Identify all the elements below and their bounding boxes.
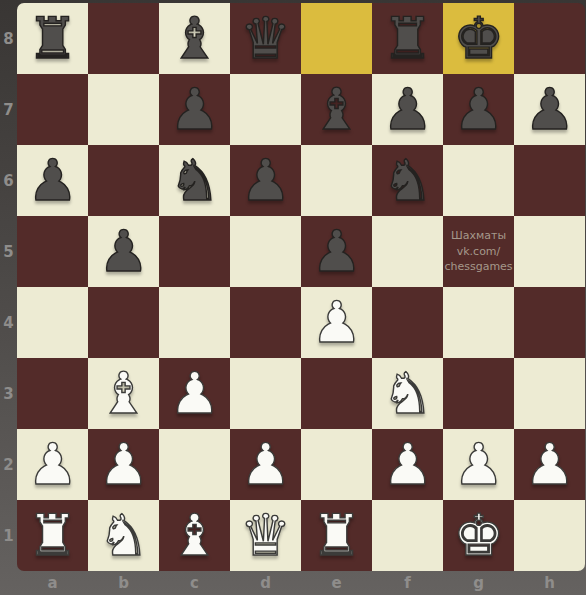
square-f3[interactable]: ♞ [372,358,443,429]
piece-white-pawn[interactable]: ♟ [453,436,504,493]
piece-black-pawn[interactable]: ♟ [311,223,362,280]
file-label-g: g [443,571,514,595]
rank-label-8: 8 [0,3,17,74]
rank-label-7: 7 [0,74,17,145]
square-h2[interactable]: ♟ [514,429,585,500]
watermark-line: chessgames [444,259,512,275]
rank-label-1: 1 [0,500,17,571]
chess-app: ♜♝♛♜♚♟♝♟♟♟♟♞♟♞♟♟♟♝♟♞♟♟♟♟♟♟♜♞♝♛♜♚ 8765432… [0,0,586,595]
piece-white-pawn[interactable]: ♟ [382,436,433,493]
piece-black-bishop[interactable]: ♝ [311,81,362,138]
piece-black-rook[interactable]: ♜ [27,10,78,67]
square-d1[interactable]: ♛ [230,500,301,571]
square-c7[interactable]: ♟ [159,74,230,145]
file-label-a: a [17,571,88,595]
piece-black-pawn[interactable]: ♟ [240,152,291,209]
square-e7[interactable]: ♝ [301,74,372,145]
file-label-h: h [514,571,585,595]
square-g7[interactable]: ♟ [443,74,514,145]
rank-label-2: 2 [0,429,17,500]
rank-label-4: 4 [0,287,17,358]
square-g4[interactable] [443,287,514,358]
piece-white-bishop[interactable]: ♝ [98,365,149,422]
piece-white-rook[interactable]: ♜ [27,507,78,564]
piece-black-queen[interactable]: ♛ [240,10,291,67]
watermark-line: Шахматы [451,228,506,244]
square-e1[interactable]: ♜ [301,500,372,571]
square-c4[interactable] [159,287,230,358]
square-d8[interactable]: ♛ [230,3,301,74]
piece-white-knight[interactable]: ♞ [98,507,149,564]
square-h1[interactable] [514,500,585,571]
square-b3[interactable]: ♝ [88,358,159,429]
file-label-f: f [372,571,443,595]
file-label-c: c [159,571,230,595]
piece-black-pawn[interactable]: ♟ [169,81,220,138]
square-f7[interactable]: ♟ [372,74,443,145]
rank-label-6: 6 [0,145,17,216]
piece-white-pawn[interactable]: ♟ [311,294,362,351]
square-e6[interactable] [301,145,372,216]
piece-white-king[interactable]: ♚ [453,507,504,564]
file-label-d: d [230,571,301,595]
square-g6[interactable] [443,145,514,216]
piece-white-bishop[interactable]: ♝ [169,507,220,564]
square-f2[interactable]: ♟ [372,429,443,500]
square-f5[interactable] [372,216,443,287]
square-b5[interactable]: ♟ [88,216,159,287]
piece-black-knight[interactable]: ♞ [169,152,220,209]
square-f4[interactable] [372,287,443,358]
square-a7[interactable] [17,74,88,145]
square-h8[interactable] [514,3,585,74]
square-d4[interactable] [230,287,301,358]
square-b2[interactable]: ♟ [88,429,159,500]
piece-black-pawn[interactable]: ♟ [524,81,575,138]
square-c6[interactable]: ♞ [159,145,230,216]
piece-white-pawn[interactable]: ♟ [27,436,78,493]
square-h7[interactable]: ♟ [514,74,585,145]
piece-white-knight[interactable]: ♞ [382,365,433,422]
piece-black-bishop[interactable]: ♝ [169,10,220,67]
square-d3[interactable] [230,358,301,429]
square-d6[interactable]: ♟ [230,145,301,216]
square-e2[interactable] [301,429,372,500]
rank-label-5: 5 [0,216,17,287]
piece-white-pawn[interactable]: ♟ [169,365,220,422]
piece-white-queen[interactable]: ♛ [240,507,291,564]
piece-black-pawn[interactable]: ♟ [382,81,433,138]
square-b4[interactable] [88,287,159,358]
file-label-b: b [88,571,159,595]
square-f1[interactable] [372,500,443,571]
square-g1[interactable]: ♚ [443,500,514,571]
square-a1[interactable]: ♜ [17,500,88,571]
piece-black-pawn[interactable]: ♟ [453,81,504,138]
file-label-e: e [301,571,372,595]
square-b8[interactable] [88,3,159,74]
site-watermark: Шахматы vk.com/ chessgames [443,216,514,287]
watermark-line: vk.com/ [457,244,501,260]
square-e3[interactable] [301,358,372,429]
chess-board: ♜♝♛♜♚♟♝♟♟♟♟♞♟♞♟♟♟♝♟♞♟♟♟♟♟♟♜♞♝♛♜♚ [17,3,585,571]
square-e8[interactable] [301,3,372,74]
square-a4[interactable] [17,287,88,358]
square-h4[interactable] [514,287,585,358]
square-d7[interactable] [230,74,301,145]
square-a2[interactable]: ♟ [17,429,88,500]
file-coordinates: abcdefgh [17,571,585,595]
square-c8[interactable]: ♝ [159,3,230,74]
square-b6[interactable] [88,145,159,216]
square-b1[interactable]: ♞ [88,500,159,571]
square-a5[interactable] [17,216,88,287]
piece-white-pawn[interactable]: ♟ [524,436,575,493]
square-g8[interactable]: ♚ [443,3,514,74]
piece-black-king[interactable]: ♚ [453,10,504,67]
square-d2[interactable]: ♟ [230,429,301,500]
rank-coordinates: 87654321 [0,3,17,571]
rank-label-3: 3 [0,358,17,429]
square-f6[interactable]: ♞ [372,145,443,216]
piece-white-rook[interactable]: ♜ [311,507,362,564]
piece-black-pawn[interactable]: ♟ [98,223,149,280]
piece-black-pawn[interactable]: ♟ [27,152,78,209]
square-c3[interactable]: ♟ [159,358,230,429]
square-f8[interactable]: ♜ [372,3,443,74]
square-c5[interactable] [159,216,230,287]
square-b7[interactable] [88,74,159,145]
piece-black-rook[interactable]: ♜ [382,10,433,67]
square-h5[interactable] [514,216,585,287]
square-g2[interactable]: ♟ [443,429,514,500]
square-g3[interactable] [443,358,514,429]
square-h3[interactable] [514,358,585,429]
piece-white-pawn[interactable]: ♟ [240,436,291,493]
square-c2[interactable] [159,429,230,500]
square-a3[interactable] [17,358,88,429]
square-e4[interactable]: ♟ [301,287,372,358]
piece-black-knight[interactable]: ♞ [382,152,433,209]
square-h6[interactable] [514,145,585,216]
square-a8[interactable]: ♜ [17,3,88,74]
square-d5[interactable] [230,216,301,287]
piece-white-pawn[interactable]: ♟ [98,436,149,493]
square-e5[interactable]: ♟ [301,216,372,287]
square-c1[interactable]: ♝ [159,500,230,571]
square-a6[interactable]: ♟ [17,145,88,216]
